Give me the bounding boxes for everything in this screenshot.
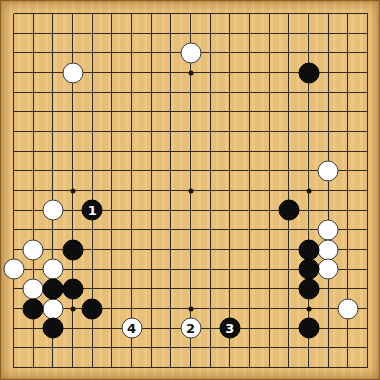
go-board-window: 4213 — [0, 0, 380, 380]
stone-white-R8[interactable] — [318, 219, 339, 240]
grid-line-horizontal — [14, 210, 368, 211]
stone-black-D7[interactable] — [62, 239, 83, 260]
stone-white-C9[interactable] — [42, 200, 63, 221]
stone-white-C4[interactable] — [42, 298, 63, 319]
grid-line-vertical — [229, 14, 230, 368]
stone-white-K17[interactable] — [180, 42, 201, 63]
hoshi-point — [188, 188, 193, 193]
stone-white-B7[interactable] — [23, 239, 44, 260]
stone-black-C5[interactable] — [42, 278, 63, 299]
go-board[interactable]: 4213 — [0, 0, 380, 380]
hoshi-point — [306, 306, 311, 311]
hoshi-point — [70, 306, 75, 311]
stone-black-Q5[interactable] — [298, 278, 319, 299]
stone-black-E9[interactable]: 1 — [82, 200, 103, 221]
stone-white-B5[interactable] — [23, 278, 44, 299]
grid-line-horizontal — [14, 229, 368, 230]
grid-line-vertical — [288, 14, 289, 368]
grid-line-vertical — [367, 14, 368, 368]
stone-white-K3[interactable]: 2 — [180, 318, 201, 339]
stone-black-M3[interactable]: 3 — [219, 318, 240, 339]
stone-white-C6[interactable] — [42, 259, 63, 280]
stone-white-G3[interactable]: 4 — [121, 318, 142, 339]
stone-white-R6[interactable] — [318, 259, 339, 280]
grid-line-horizontal — [14, 367, 368, 368]
stone-white-A6[interactable] — [3, 259, 24, 280]
grid-line-vertical — [249, 14, 250, 368]
hoshi-point — [188, 70, 193, 75]
hoshi-point — [188, 306, 193, 311]
grid-line-horizontal — [14, 347, 368, 348]
hoshi-point — [306, 188, 311, 193]
hoshi-point — [70, 188, 75, 193]
stone-black-P9[interactable] — [278, 200, 299, 221]
grid-line-vertical — [328, 14, 329, 368]
stone-black-Q6[interactable] — [298, 259, 319, 280]
stone-black-D5[interactable] — [62, 278, 83, 299]
stone-black-Q3[interactable] — [298, 318, 319, 339]
grid-line-vertical — [210, 14, 211, 368]
stone-black-C3[interactable] — [42, 318, 63, 339]
stone-black-Q7[interactable] — [298, 239, 319, 260]
grid-line-vertical — [269, 14, 270, 368]
stone-white-D16[interactable] — [62, 62, 83, 83]
stone-black-Q16[interactable] — [298, 62, 319, 83]
stone-white-R7[interactable] — [318, 239, 339, 260]
stone-black-E4[interactable] — [82, 298, 103, 319]
stone-white-R11[interactable] — [318, 160, 339, 181]
stone-black-B4[interactable] — [23, 298, 44, 319]
stone-white-S4[interactable] — [337, 298, 358, 319]
